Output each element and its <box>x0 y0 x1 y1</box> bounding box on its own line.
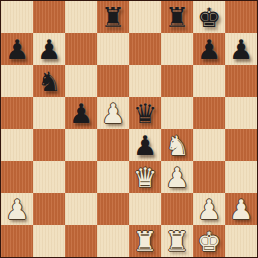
black-pawn-piece[interactable]: ♟ <box>37 36 61 63</box>
white-pawn-piece[interactable]: ♟ <box>229 196 253 223</box>
square-g7[interactable]: ♟ <box>193 33 225 65</box>
square-a7[interactable]: ♟ <box>1 33 33 65</box>
square-f8[interactable]: ♜ <box>161 1 193 33</box>
black-rook-piece[interactable]: ♜ <box>101 4 125 31</box>
black-pawn-piece[interactable]: ♟ <box>69 100 93 127</box>
chess-board: ♜♜♚♟♟♟♟♞♟♟♛♟♞♛♟♟♟♟♜♜♚ <box>1 1 257 257</box>
white-knight-piece[interactable]: ♞ <box>165 132 189 159</box>
square-e6[interactable] <box>129 65 161 97</box>
square-a2[interactable]: ♟ <box>1 193 33 225</box>
square-b8[interactable] <box>33 1 65 33</box>
square-g8[interactable]: ♚ <box>193 1 225 33</box>
square-b1[interactable] <box>33 225 65 257</box>
square-a8[interactable] <box>1 1 33 33</box>
square-f1[interactable]: ♜ <box>161 225 193 257</box>
black-rook-piece[interactable]: ♜ <box>165 4 189 31</box>
square-e1[interactable]: ♜ <box>129 225 161 257</box>
white-queen-piece[interactable]: ♛ <box>133 164 157 191</box>
square-b2[interactable] <box>33 193 65 225</box>
square-b5[interactable] <box>33 97 65 129</box>
square-h2[interactable]: ♟ <box>225 193 257 225</box>
square-d2[interactable] <box>97 193 129 225</box>
square-f7[interactable] <box>161 33 193 65</box>
square-d7[interactable] <box>97 33 129 65</box>
square-g5[interactable] <box>193 97 225 129</box>
black-pawn-piece[interactable]: ♟ <box>133 132 157 159</box>
square-f5[interactable] <box>161 97 193 129</box>
square-f2[interactable] <box>161 193 193 225</box>
square-a4[interactable] <box>1 129 33 161</box>
square-h8[interactable] <box>225 1 257 33</box>
square-f4[interactable]: ♞ <box>161 129 193 161</box>
square-e8[interactable] <box>129 1 161 33</box>
square-c1[interactable] <box>65 225 97 257</box>
square-f6[interactable] <box>161 65 193 97</box>
square-c6[interactable] <box>65 65 97 97</box>
square-b4[interactable] <box>33 129 65 161</box>
square-d6[interactable] <box>97 65 129 97</box>
square-c7[interactable] <box>65 33 97 65</box>
square-c2[interactable] <box>65 193 97 225</box>
white-pawn-piece[interactable]: ♟ <box>101 100 125 127</box>
square-h7[interactable]: ♟ <box>225 33 257 65</box>
black-pawn-piece[interactable]: ♟ <box>229 36 253 63</box>
square-e3[interactable]: ♛ <box>129 161 161 193</box>
square-h6[interactable] <box>225 65 257 97</box>
square-a3[interactable] <box>1 161 33 193</box>
white-rook-piece[interactable]: ♜ <box>133 228 157 255</box>
square-h5[interactable] <box>225 97 257 129</box>
square-c5[interactable]: ♟ <box>65 97 97 129</box>
black-knight-piece[interactable]: ♞ <box>37 68 61 95</box>
white-pawn-piece[interactable]: ♟ <box>5 196 29 223</box>
square-e2[interactable] <box>129 193 161 225</box>
black-pawn-piece[interactable]: ♟ <box>5 36 29 63</box>
black-queen-piece[interactable]: ♛ <box>133 100 157 127</box>
square-a1[interactable] <box>1 225 33 257</box>
square-d5[interactable]: ♟ <box>97 97 129 129</box>
square-g1[interactable]: ♚ <box>193 225 225 257</box>
square-f3[interactable]: ♟ <box>161 161 193 193</box>
square-d1[interactable] <box>97 225 129 257</box>
white-rook-piece[interactable]: ♜ <box>165 228 189 255</box>
square-c8[interactable] <box>65 1 97 33</box>
square-e7[interactable] <box>129 33 161 65</box>
square-b3[interactable] <box>33 161 65 193</box>
white-pawn-piece[interactable]: ♟ <box>165 164 189 191</box>
chess-board-frame: ♜♜♚♟♟♟♟♞♟♟♛♟♞♛♟♟♟♟♜♜♚ <box>0 0 258 258</box>
black-king-piece[interactable]: ♚ <box>197 4 221 31</box>
square-a6[interactable] <box>1 65 33 97</box>
square-e5[interactable]: ♛ <box>129 97 161 129</box>
square-g2[interactable]: ♟ <box>193 193 225 225</box>
square-e4[interactable]: ♟ <box>129 129 161 161</box>
square-h4[interactable] <box>225 129 257 161</box>
square-b7[interactable]: ♟ <box>33 33 65 65</box>
square-a5[interactable] <box>1 97 33 129</box>
white-king-piece[interactable]: ♚ <box>197 228 221 255</box>
square-h1[interactable] <box>225 225 257 257</box>
square-c4[interactable] <box>65 129 97 161</box>
square-g4[interactable] <box>193 129 225 161</box>
square-c3[interactable] <box>65 161 97 193</box>
square-d4[interactable] <box>97 129 129 161</box>
white-pawn-piece[interactable]: ♟ <box>197 196 221 223</box>
square-d8[interactable]: ♜ <box>97 1 129 33</box>
square-d3[interactable] <box>97 161 129 193</box>
square-h3[interactable] <box>225 161 257 193</box>
square-g6[interactable] <box>193 65 225 97</box>
square-g3[interactable] <box>193 161 225 193</box>
square-b6[interactable]: ♞ <box>33 65 65 97</box>
black-pawn-piece[interactable]: ♟ <box>197 36 221 63</box>
